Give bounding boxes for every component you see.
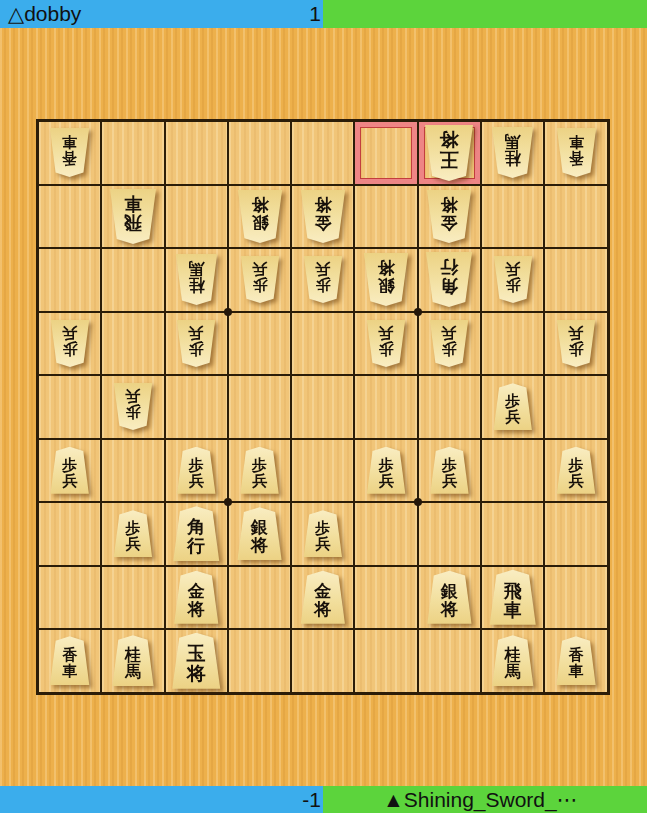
square-8e[interactable]: 歩兵 <box>102 376 163 438</box>
piece-kanji: 馬 <box>188 260 204 277</box>
gote-pawn[interactable]: 歩兵 <box>493 256 533 303</box>
gote-bishop[interactable]: 角行 <box>425 252 473 307</box>
square-7f[interactable]: 歩兵 <box>166 440 227 502</box>
gote-pawn[interactable]: 歩兵 <box>429 320 469 367</box>
hoshi-dot <box>414 308 422 316</box>
square-1e[interactable] <box>545 376 606 438</box>
square-4g[interactable] <box>355 503 416 565</box>
piece-kanji: 将 <box>441 600 458 618</box>
square-5d[interactable] <box>292 313 353 375</box>
square-2h[interactable]: 飛車 <box>482 567 543 629</box>
sente-pawn[interactable]: 歩兵 <box>303 510 343 557</box>
piece-kanji: 将 <box>188 600 205 618</box>
square-2g[interactable] <box>482 503 543 565</box>
piece-kanji: 歩 <box>315 277 330 293</box>
square-7a[interactable] <box>166 122 227 184</box>
piece-kanji: 角 <box>440 277 458 296</box>
gote-pawn[interactable]: 歩兵 <box>113 383 153 430</box>
piece-kanji: 歩 <box>505 277 520 293</box>
piece-kanji: 将 <box>314 196 331 214</box>
piece-kanji: 歩 <box>125 520 140 536</box>
piece-kanji: 兵 <box>379 325 394 341</box>
piece-kanji: 兵 <box>189 473 204 489</box>
piece-kanji: 金 <box>314 582 331 600</box>
bottom-score: -1 <box>302 788 321 812</box>
square-2e[interactable]: 歩兵 <box>482 376 543 438</box>
square-3c[interactable]: 角行 <box>419 249 480 311</box>
square-8c[interactable] <box>102 249 163 311</box>
sente-knight[interactable]: 桂馬 <box>111 635 154 686</box>
sente-pawn[interactable]: 歩兵 <box>493 383 533 430</box>
piece-kanji: 歩 <box>505 393 520 409</box>
square-6g[interactable]: 銀将 <box>229 503 290 565</box>
piece-kanji: 兵 <box>189 325 204 341</box>
square-3a[interactable]: 王将 <box>419 122 480 184</box>
sente-pawn[interactable]: 歩兵 <box>113 510 153 557</box>
piece-kanji: 金 <box>441 214 458 232</box>
bottom-player-bar: -1 ▲Shining_Sword_⋯ <box>0 786 647 813</box>
square-8i[interactable]: 桂馬 <box>102 630 163 692</box>
square-5h[interactable]: 金将 <box>292 567 353 629</box>
gote-gold[interactable]: 金将 <box>300 190 346 243</box>
square-7d[interactable]: 歩兵 <box>166 313 227 375</box>
square-7i[interactable]: 玉将 <box>166 630 227 692</box>
app-background: △dobby 1 香車王将桂馬香車飛車銀将金将金将桂馬歩兵歩兵銀将角行歩兵歩兵歩… <box>0 0 647 813</box>
piece-kanji: 香 <box>62 647 77 663</box>
square-6c[interactable]: 歩兵 <box>229 249 290 311</box>
square-3f[interactable]: 歩兵 <box>419 440 480 502</box>
piece-kanji: 歩 <box>62 457 77 473</box>
piece-kanji: 歩 <box>379 457 394 473</box>
gote-player-panel: △dobby 1 <box>0 0 323 28</box>
piece-kanji: 角 <box>187 517 205 536</box>
square-1h[interactable] <box>545 567 606 629</box>
piece-kanji: 兵 <box>62 325 77 341</box>
square-5g[interactable]: 歩兵 <box>292 503 353 565</box>
piece-kanji: 飛 <box>124 214 142 233</box>
piece-kanji: 兵 <box>569 325 584 341</box>
hoshi-dot <box>414 498 422 506</box>
piece-kanji: 玉 <box>187 643 206 663</box>
square-7c[interactable]: 桂馬 <box>166 249 227 311</box>
square-9i[interactable]: 香車 <box>39 630 100 692</box>
square-4f[interactable]: 歩兵 <box>355 440 416 502</box>
gote-pawn[interactable]: 歩兵 <box>50 320 90 367</box>
sente-pawn[interactable]: 歩兵 <box>176 447 216 494</box>
piece-kanji: 兵 <box>315 536 330 552</box>
piece-kanji: 金 <box>314 214 331 232</box>
square-4d[interactable]: 歩兵 <box>355 313 416 375</box>
piece-kanji: 香 <box>569 647 584 663</box>
square-4h[interactable] <box>355 567 416 629</box>
hoshi-dot <box>224 498 232 506</box>
sente-silver[interactable]: 銀将 <box>237 507 283 560</box>
gote-king[interactable]: 王将 <box>424 125 474 181</box>
sente-pawn[interactable]: 歩兵 <box>50 447 90 494</box>
piece-kanji: 車 <box>569 134 584 150</box>
gote-rook[interactable]: 飛車 <box>109 189 157 244</box>
gote-lance[interactable]: 香車 <box>49 128 90 177</box>
gote-pawn[interactable]: 歩兵 <box>176 320 216 367</box>
piece-kanji: 兵 <box>379 473 394 489</box>
square-2d[interactable] <box>482 313 543 375</box>
square-5e[interactable] <box>292 376 353 438</box>
piece-kanji: 銀 <box>251 214 268 232</box>
sente-silver[interactable]: 銀将 <box>426 571 472 624</box>
square-1d[interactable]: 歩兵 <box>545 313 606 375</box>
square-7e[interactable] <box>166 376 227 438</box>
square-9e[interactable] <box>39 376 100 438</box>
piece-kanji: 歩 <box>379 341 394 357</box>
square-4a[interactable] <box>355 122 416 184</box>
square-9c[interactable] <box>39 249 100 311</box>
square-2b[interactable] <box>482 186 543 248</box>
piece-kanji: 桂 <box>505 646 521 663</box>
sente-gold[interactable]: 金将 <box>173 571 219 624</box>
piece-kanji: 兵 <box>125 388 140 404</box>
piece-kanji: 兵 <box>505 409 520 425</box>
piece-kanji: 歩 <box>252 457 267 473</box>
square-3e[interactable] <box>419 376 480 438</box>
square-9g[interactable] <box>39 503 100 565</box>
gote-pawn[interactable]: 歩兵 <box>556 320 596 367</box>
piece-kanji: 兵 <box>569 473 584 489</box>
piece-kanji: 銀 <box>441 582 458 600</box>
gote-player-name: △dobby <box>8 2 81 26</box>
piece-kanji: 行 <box>440 258 458 277</box>
piece-kanji: 歩 <box>569 457 584 473</box>
gote-silver[interactable]: 銀将 <box>363 253 409 306</box>
sente-pawn[interactable]: 歩兵 <box>366 447 406 494</box>
piece-kanji: 歩 <box>62 341 77 357</box>
square-6a[interactable] <box>229 122 290 184</box>
piece-kanji: 飛 <box>504 581 522 600</box>
piece-kanji: 歩 <box>442 457 457 473</box>
square-4e[interactable] <box>355 376 416 438</box>
piece-kanji: 銀 <box>378 277 395 295</box>
piece-kanji: 王 <box>440 150 459 170</box>
square-1g[interactable] <box>545 503 606 565</box>
square-4i[interactable] <box>355 630 416 692</box>
top-score: 1 <box>309 2 321 26</box>
square-5b[interactable]: 金将 <box>292 186 353 248</box>
piece-kanji: 将 <box>187 663 206 683</box>
sente-pawn[interactable]: 歩兵 <box>240 447 280 494</box>
sente-king[interactable]: 玉将 <box>171 633 221 689</box>
square-7b[interactable] <box>166 186 227 248</box>
shogi-board: 香車王将桂馬香車飛車銀将金将金将桂馬歩兵歩兵銀将角行歩兵歩兵歩兵歩兵歩兵歩兵歩兵… <box>36 119 610 695</box>
piece-kanji: 桂 <box>505 150 521 167</box>
piece-kanji: 歩 <box>569 341 584 357</box>
piece-kanji: 将 <box>251 536 268 554</box>
piece-kanji: 将 <box>314 600 331 618</box>
piece-kanji: 香 <box>62 150 77 166</box>
piece-kanji: 金 <box>188 582 205 600</box>
piece-kanji: 桂 <box>188 277 204 294</box>
piece-kanji: 将 <box>251 196 268 214</box>
piece-kanji: 車 <box>62 663 77 679</box>
piece-kanji: 歩 <box>125 404 140 420</box>
square-8g[interactable]: 歩兵 <box>102 503 163 565</box>
piece-kanji: 車 <box>569 663 584 679</box>
piece-kanji: 桂 <box>125 646 141 663</box>
square-2a[interactable]: 桂馬 <box>482 122 543 184</box>
gote-pawn[interactable]: 歩兵 <box>303 256 343 303</box>
square-3d[interactable]: 歩兵 <box>419 313 480 375</box>
square-1c[interactable] <box>545 249 606 311</box>
square-6i[interactable] <box>229 630 290 692</box>
square-8d[interactable] <box>102 313 163 375</box>
piece-kanji: 将 <box>378 259 395 277</box>
square-4b[interactable] <box>355 186 416 248</box>
sente-gold[interactable]: 金将 <box>300 571 346 624</box>
square-8a[interactable] <box>102 122 163 184</box>
top-bar-green-section <box>323 0 647 28</box>
piece-kanji: 兵 <box>442 325 457 341</box>
sente-bishop[interactable]: 角行 <box>172 506 220 561</box>
piece-kanji: 兵 <box>125 536 140 552</box>
hoshi-dot <box>224 308 232 316</box>
piece-kanji: 兵 <box>505 261 520 277</box>
piece-kanji: 香 <box>569 150 584 166</box>
square-1b[interactable] <box>545 186 606 248</box>
sente-knight[interactable]: 桂馬 <box>491 635 534 686</box>
sente-pawn[interactable]: 歩兵 <box>429 447 469 494</box>
square-4c[interactable]: 銀将 <box>355 249 416 311</box>
square-8f[interactable] <box>102 440 163 502</box>
gote-pawn[interactable]: 歩兵 <box>240 256 280 303</box>
square-9a[interactable]: 香車 <box>39 122 100 184</box>
square-5a[interactable] <box>292 122 353 184</box>
square-8h[interactable] <box>102 567 163 629</box>
piece-kanji: 将 <box>440 130 459 150</box>
sente-rook[interactable]: 飛車 <box>489 570 537 625</box>
sente-player-name: ▲Shining_Sword_⋯ <box>383 788 578 812</box>
piece-kanji: 兵 <box>315 261 330 277</box>
piece-kanji: 車 <box>124 195 142 214</box>
sente-player-panel: ▲Shining_Sword_⋯ <box>323 786 647 813</box>
piece-kanji: 歩 <box>315 520 330 536</box>
piece-kanji: 歩 <box>189 341 204 357</box>
piece-kanji: 車 <box>504 600 522 619</box>
square-3b[interactable]: 金将 <box>419 186 480 248</box>
square-7h[interactable]: 金将 <box>166 567 227 629</box>
square-1i[interactable]: 香車 <box>545 630 606 692</box>
square-3i[interactable] <box>419 630 480 692</box>
sente-pawn[interactable]: 歩兵 <box>556 447 596 494</box>
square-2c[interactable]: 歩兵 <box>482 249 543 311</box>
square-1f[interactable]: 歩兵 <box>545 440 606 502</box>
sente-lance[interactable]: 香車 <box>556 636 597 685</box>
piece-kanji: 歩 <box>252 277 267 293</box>
square-2i[interactable]: 桂馬 <box>482 630 543 692</box>
gote-silver[interactable]: 銀将 <box>237 190 283 243</box>
piece-kanji: 行 <box>187 536 205 555</box>
piece-kanji: 兵 <box>252 473 267 489</box>
piece-kanji: 馬 <box>505 133 521 150</box>
piece-kanji: 歩 <box>442 341 457 357</box>
piece-kanji: 兵 <box>252 261 267 277</box>
square-9d[interactable]: 歩兵 <box>39 313 100 375</box>
square-5i[interactable] <box>292 630 353 692</box>
square-9b[interactable] <box>39 186 100 248</box>
square-6d[interactable] <box>229 313 290 375</box>
square-8b[interactable]: 飛車 <box>102 186 163 248</box>
piece-kanji: 車 <box>62 134 77 150</box>
square-6f[interactable]: 歩兵 <box>229 440 290 502</box>
square-5f[interactable] <box>292 440 353 502</box>
square-6b[interactable]: 銀将 <box>229 186 290 248</box>
piece-kanji: 馬 <box>505 663 521 680</box>
piece-kanji: 兵 <box>62 473 77 489</box>
square-6e[interactable] <box>229 376 290 438</box>
gote-gold[interactable]: 金将 <box>426 190 472 243</box>
square-2f[interactable] <box>482 440 543 502</box>
square-3g[interactable] <box>419 503 480 565</box>
piece-kanji: 歩 <box>189 457 204 473</box>
square-3h[interactable]: 銀将 <box>419 567 480 629</box>
square-6h[interactable] <box>229 567 290 629</box>
piece-kanji: 将 <box>441 196 458 214</box>
piece-kanji: 馬 <box>125 663 141 680</box>
bottom-bar-blue-section: -1 <box>0 786 323 813</box>
gote-knight[interactable]: 桂馬 <box>491 127 534 178</box>
top-player-bar: △dobby 1 <box>0 0 647 28</box>
piece-kanji: 兵 <box>442 473 457 489</box>
square-1a[interactable]: 香車 <box>545 122 606 184</box>
gote-pawn[interactable]: 歩兵 <box>366 320 406 367</box>
square-5c[interactable]: 歩兵 <box>292 249 353 311</box>
gote-lance[interactable]: 香車 <box>556 128 597 177</box>
square-9h[interactable] <box>39 567 100 629</box>
square-9f[interactable]: 歩兵 <box>39 440 100 502</box>
sente-lance[interactable]: 香車 <box>49 636 90 685</box>
gote-knight[interactable]: 桂馬 <box>175 254 218 305</box>
square-7g[interactable]: 角行 <box>166 503 227 565</box>
piece-kanji: 銀 <box>251 518 268 536</box>
